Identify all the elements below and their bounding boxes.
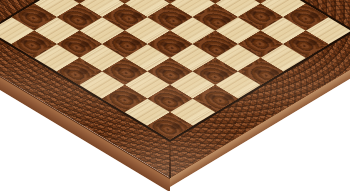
chessboard-photo-scene <box>0 0 350 191</box>
chess-board <box>0 0 350 178</box>
frame-miter-seam <box>169 139 171 178</box>
